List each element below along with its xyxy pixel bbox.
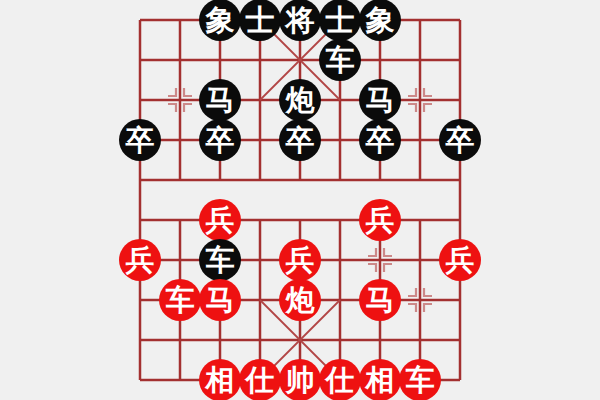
- piece-black-chariot[interactable]: 车: [319, 39, 361, 81]
- piece-black-cannon[interactable]: 炮: [279, 79, 321, 121]
- piece-black-soldier[interactable]: 卒: [279, 119, 321, 161]
- piece-black-elephant[interactable]: 象: [359, 0, 401, 41]
- piece-red-cannon[interactable]: 炮: [279, 279, 321, 321]
- piece-black-soldier[interactable]: 卒: [439, 119, 481, 161]
- piece-black-horse[interactable]: 马: [359, 79, 401, 121]
- piece-red-soldier[interactable]: 兵: [359, 199, 401, 241]
- piece-red-soldier[interactable]: 兵: [199, 199, 241, 241]
- piece-black-advisor[interactable]: 士: [239, 0, 281, 41]
- piece-red-soldier[interactable]: 兵: [279, 239, 321, 281]
- piece-red-elephant[interactable]: 相: [199, 359, 241, 400]
- piece-black-chariot[interactable]: 车: [199, 239, 241, 281]
- piece-black-soldier[interactable]: 卒: [199, 119, 241, 161]
- piece-red-horse[interactable]: 马: [359, 279, 401, 321]
- piece-black-soldier[interactable]: 卒: [359, 119, 401, 161]
- piece-red-soldier[interactable]: 兵: [119, 239, 161, 281]
- piece-black-elephant[interactable]: 象: [199, 0, 241, 41]
- xiangqi-board: 象士将士象车马炮马卒卒卒卒卒兵兵兵车兵兵车马炮马相仕帅仕相车: [0, 0, 600, 400]
- piece-red-advisor[interactable]: 仕: [319, 359, 361, 400]
- piece-red-chariot[interactable]: 车: [399, 359, 441, 400]
- piece-black-advisor[interactable]: 士: [319, 0, 361, 41]
- pieces-layer: 象士将士象车马炮马卒卒卒卒卒兵兵兵车兵兵车马炮马相仕帅仕相车: [120, 0, 480, 400]
- piece-black-general[interactable]: 将: [279, 0, 321, 41]
- piece-red-soldier[interactable]: 兵: [439, 239, 481, 281]
- piece-red-horse[interactable]: 马: [199, 279, 241, 321]
- piece-red-general[interactable]: 帅: [279, 359, 321, 400]
- piece-red-advisor[interactable]: 仕: [239, 359, 281, 400]
- piece-black-horse[interactable]: 马: [199, 79, 241, 121]
- piece-red-chariot[interactable]: 车: [159, 279, 201, 321]
- piece-red-elephant[interactable]: 相: [359, 359, 401, 400]
- piece-black-soldier[interactable]: 卒: [119, 119, 161, 161]
